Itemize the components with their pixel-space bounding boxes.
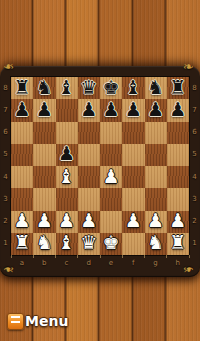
- square-g4[interactable]: [145, 166, 167, 188]
- board-squares: ♜♞♝♛♚♝♞♜♟♟♟♟♟♟♟♟♝♟♟♟♟♟♟♟♟♜♞♝♛♚♞♜: [11, 77, 189, 255]
- piece-white-pawn: ♟: [14, 211, 31, 230]
- rank-label-2: 2: [189, 211, 200, 233]
- rank-label-7: 7: [0, 99, 11, 121]
- square-e4[interactable]: ♟: [100, 166, 122, 188]
- square-c1[interactable]: ♝: [56, 233, 78, 255]
- piece-white-pawn: ♟: [80, 211, 97, 230]
- square-e6[interactable]: [100, 122, 122, 144]
- piece-white-queen: ♛: [80, 233, 97, 252]
- square-f3[interactable]: [122, 188, 144, 210]
- square-g8[interactable]: ♞: [145, 77, 167, 99]
- piece-white-pawn: ♟: [169, 211, 186, 230]
- file-label-e: e: [100, 258, 122, 268]
- square-e2[interactable]: [100, 211, 122, 233]
- piece-white-rook: ♜: [169, 233, 186, 252]
- frame-tick: [122, 255, 123, 258]
- piece-black-bishop: ♝: [58, 78, 75, 97]
- frame-tick: [189, 255, 190, 258]
- square-h7[interactable]: ♟: [167, 99, 189, 121]
- square-g3[interactable]: [145, 188, 167, 210]
- piece-white-pawn: ♟: [125, 211, 142, 230]
- square-d3[interactable]: [78, 188, 100, 210]
- square-d1[interactable]: ♛: [78, 233, 100, 255]
- rank-label-6: 6: [0, 122, 11, 144]
- rank-label-8: 8: [189, 77, 200, 99]
- frame-tick: [100, 255, 101, 258]
- square-f2[interactable]: ♟: [122, 211, 144, 233]
- piece-black-bishop: ♝: [125, 78, 142, 97]
- rank-label-4: 4: [189, 166, 200, 188]
- square-c8[interactable]: ♝: [56, 77, 78, 99]
- square-e5[interactable]: [100, 144, 122, 166]
- square-f7[interactable]: ♟: [122, 99, 144, 121]
- rank-label-8: 8: [0, 77, 11, 99]
- piece-white-bishop: ♝: [58, 233, 75, 252]
- square-b5[interactable]: [33, 144, 55, 166]
- square-d6[interactable]: [78, 122, 100, 144]
- rank-label-3: 3: [189, 188, 200, 210]
- square-a2[interactable]: ♟: [11, 211, 33, 233]
- menu-button[interactable]: Menu: [7, 311, 68, 331]
- piece-black-pawn: ♟: [125, 100, 142, 119]
- square-f4[interactable]: [122, 166, 144, 188]
- square-a7[interactable]: ♟: [11, 99, 33, 121]
- square-a8[interactable]: ♜: [11, 77, 33, 99]
- corner-ornament-icon: ❧: [183, 263, 194, 276]
- corner-ornament-icon: ❧: [183, 60, 194, 73]
- piece-black-pawn: ♟: [14, 100, 31, 119]
- square-c7[interactable]: [56, 99, 78, 121]
- chess-board: ♜♞♝♛♚♝♞♜♟♟♟♟♟♟♟♟♝♟♟♟♟♟♟♟♟♜♞♝♛♚♞♜ 8765432…: [0, 66, 200, 277]
- file-label-d: d: [78, 258, 100, 268]
- square-d7[interactable]: ♟: [78, 99, 100, 121]
- file-label-f: f: [122, 258, 144, 268]
- square-b6[interactable]: [33, 122, 55, 144]
- square-g5[interactable]: [145, 144, 167, 166]
- square-a6[interactable]: [11, 122, 33, 144]
- square-c3[interactable]: [56, 188, 78, 210]
- square-e7[interactable]: ♟: [100, 99, 122, 121]
- square-e1[interactable]: ♚: [100, 233, 122, 255]
- square-d8[interactable]: ♛: [78, 77, 100, 99]
- square-h1[interactable]: ♜: [167, 233, 189, 255]
- piece-black-rook: ♜: [14, 78, 31, 97]
- rank-label-2: 2: [0, 211, 11, 233]
- frame-tick: [166, 255, 167, 258]
- square-d2[interactable]: ♟: [78, 211, 100, 233]
- file-label-c: c: [56, 258, 78, 268]
- square-f5[interactable]: [122, 144, 144, 166]
- square-h5[interactable]: [167, 144, 189, 166]
- square-f1[interactable]: [122, 233, 144, 255]
- frame-tick: [55, 255, 56, 258]
- hamburger-menu-lines: [11, 316, 20, 326]
- rank-label-6: 6: [189, 122, 200, 144]
- square-d5[interactable]: [78, 144, 100, 166]
- frame-tick: [144, 255, 145, 258]
- piece-white-pawn: ♟: [58, 211, 75, 230]
- piece-black-king: ♚: [103, 78, 120, 97]
- piece-black-pawn: ♟: [103, 100, 120, 119]
- square-h6[interactable]: [167, 122, 189, 144]
- piece-white-knight: ♞: [36, 233, 53, 252]
- piece-white-knight: ♞: [147, 233, 164, 252]
- piece-black-pawn: ♟: [58, 144, 75, 163]
- square-h8[interactable]: ♜: [167, 77, 189, 99]
- square-b7[interactable]: ♟: [33, 99, 55, 121]
- piece-black-pawn: ♟: [169, 100, 186, 119]
- piece-black-queen: ♛: [80, 78, 97, 97]
- rank-label-7: 7: [189, 99, 200, 121]
- square-b4[interactable]: [33, 166, 55, 188]
- square-f8[interactable]: ♝: [122, 77, 144, 99]
- square-f6[interactable]: [122, 122, 144, 144]
- square-c6[interactable]: [56, 122, 78, 144]
- square-a4[interactable]: [11, 166, 33, 188]
- rank-label-5: 5: [0, 144, 11, 166]
- piece-black-knight: ♞: [36, 78, 53, 97]
- frame-tick: [77, 255, 78, 258]
- corner-ornament-icon: ❧: [3, 263, 14, 276]
- square-c2[interactable]: ♟: [56, 211, 78, 233]
- square-b2[interactable]: ♟: [33, 211, 55, 233]
- square-e3[interactable]: [100, 188, 122, 210]
- menu-button-label: Menu: [25, 313, 68, 329]
- piece-white-rook: ♜: [14, 233, 31, 252]
- piece-white-pawn: ♟: [103, 167, 120, 186]
- rank-label-3: 3: [0, 188, 11, 210]
- hamburger-menu-icon: [7, 313, 24, 330]
- piece-black-knight: ♞: [147, 78, 164, 97]
- rank-label-1: 1: [0, 233, 11, 255]
- piece-black-pawn: ♟: [36, 100, 53, 119]
- square-h2[interactable]: ♟: [167, 211, 189, 233]
- piece-white-pawn: ♟: [36, 211, 53, 230]
- file-label-a: a: [11, 258, 33, 268]
- piece-black-pawn: ♟: [147, 100, 164, 119]
- file-label-b: b: [33, 258, 55, 268]
- square-e8[interactable]: ♚: [100, 77, 122, 99]
- square-d4[interactable]: [78, 166, 100, 188]
- piece-black-pawn: ♟: [80, 100, 97, 119]
- rank-label-4: 4: [0, 166, 11, 188]
- corner-ornament-icon: ❧: [3, 60, 14, 73]
- piece-white-king: ♚: [103, 233, 120, 252]
- square-g2[interactable]: ♟: [145, 211, 167, 233]
- square-g1[interactable]: ♞: [145, 233, 167, 255]
- square-c5[interactable]: ♟: [56, 144, 78, 166]
- square-a3[interactable]: [11, 188, 33, 210]
- square-b8[interactable]: ♞: [33, 77, 55, 99]
- frame-tick: [11, 255, 12, 258]
- rank-label-5: 5: [189, 144, 200, 166]
- square-g7[interactable]: ♟: [145, 99, 167, 121]
- square-g6[interactable]: [145, 122, 167, 144]
- square-c4[interactable]: ♝: [56, 166, 78, 188]
- piece-white-bishop: ♝: [58, 167, 75, 186]
- piece-white-pawn: ♟: [147, 211, 164, 230]
- square-b3[interactable]: [33, 188, 55, 210]
- square-a1[interactable]: ♜: [11, 233, 33, 255]
- file-label-g: g: [145, 258, 167, 268]
- square-h4[interactable]: [167, 166, 189, 188]
- piece-black-rook: ♜: [169, 78, 186, 97]
- square-h3[interactable]: [167, 188, 189, 210]
- square-b1[interactable]: ♞: [33, 233, 55, 255]
- rank-label-1: 1: [189, 233, 200, 255]
- frame-tick: [33, 255, 34, 258]
- square-a5[interactable]: [11, 144, 33, 166]
